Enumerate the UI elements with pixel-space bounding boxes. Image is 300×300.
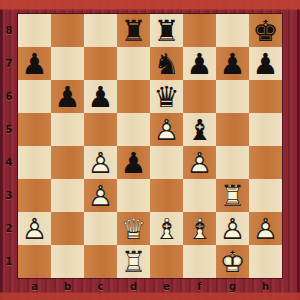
board: ♜♜♚♟♞♟♟♟♟♟♛♟♙♝♟♙♟♟♙♟♙♜♖♟♙♛♕♝♗♝♗♟♙♟♙♜♖♚♔ <box>18 14 282 278</box>
square-h6[interactable] <box>249 80 282 113</box>
square-d3[interactable] <box>117 179 150 212</box>
square-g8[interactable] <box>216 14 249 47</box>
square-a1[interactable] <box>18 245 51 278</box>
rank-label-5: 5 <box>0 113 18 146</box>
black-pawn: ♟ <box>216 47 249 80</box>
square-f8[interactable] <box>183 14 216 47</box>
piece-outline: ♗ <box>183 212 216 245</box>
rank-label-1: 1 <box>0 245 18 278</box>
black-rook: ♜ <box>150 14 183 47</box>
file-label-h: h <box>249 279 282 295</box>
square-e6[interactable]: ♛ <box>150 80 183 113</box>
white-pawn: ♟♙ <box>84 146 117 179</box>
square-a2[interactable]: ♟♙ <box>18 212 51 245</box>
square-c8[interactable] <box>84 14 117 47</box>
square-g4[interactable] <box>216 146 249 179</box>
square-a8[interactable] <box>18 14 51 47</box>
square-c6[interactable]: ♟ <box>84 80 117 113</box>
square-e7[interactable]: ♞ <box>150 47 183 80</box>
square-g1[interactable]: ♚♔ <box>216 245 249 278</box>
square-h5[interactable] <box>249 113 282 146</box>
piece-outline: ♕ <box>117 212 150 245</box>
piece-glyph: ♞ <box>150 47 183 80</box>
square-e3[interactable] <box>150 179 183 212</box>
square-b2[interactable] <box>51 212 84 245</box>
square-b8[interactable] <box>51 14 84 47</box>
black-rook: ♜ <box>117 14 150 47</box>
square-f7[interactable]: ♟ <box>183 47 216 80</box>
black-bishop: ♝ <box>183 113 216 146</box>
square-d2[interactable]: ♛♕ <box>117 212 150 245</box>
square-h2[interactable]: ♟♙ <box>249 212 282 245</box>
square-d8[interactable]: ♜ <box>117 14 150 47</box>
square-h1[interactable] <box>249 245 282 278</box>
square-h8[interactable]: ♚ <box>249 14 282 47</box>
square-a5[interactable] <box>18 113 51 146</box>
rank-label-7: 7 <box>0 47 18 80</box>
rank-label-8: 8 <box>0 14 18 47</box>
black-pawn: ♟ <box>51 80 84 113</box>
square-f1[interactable] <box>183 245 216 278</box>
piece-glyph: ♟ <box>183 47 216 80</box>
square-g6[interactable] <box>216 80 249 113</box>
square-b6[interactable]: ♟ <box>51 80 84 113</box>
piece-glyph: ♟ <box>117 146 150 179</box>
piece-outline: ♖ <box>117 245 150 278</box>
square-d6[interactable] <box>117 80 150 113</box>
black-pawn: ♟ <box>18 47 51 80</box>
square-c2[interactable] <box>84 212 117 245</box>
square-d7[interactable] <box>117 47 150 80</box>
file-label-f: f <box>183 279 216 295</box>
white-bishop: ♝♗ <box>183 212 216 245</box>
piece-outline: ♙ <box>216 212 249 245</box>
black-king: ♚ <box>249 14 282 47</box>
rank-labels: 87654321 <box>0 14 18 278</box>
white-king: ♚♔ <box>216 245 249 278</box>
piece-glyph: ♛ <box>150 80 183 113</box>
piece-glyph: ♟ <box>249 47 282 80</box>
white-pawn: ♟♙ <box>249 212 282 245</box>
piece-glyph: ♟ <box>18 47 51 80</box>
square-b1[interactable] <box>51 245 84 278</box>
square-c3[interactable]: ♟♙ <box>84 179 117 212</box>
square-b3[interactable] <box>51 179 84 212</box>
square-e4[interactable] <box>150 146 183 179</box>
square-h4[interactable] <box>249 146 282 179</box>
piece-outline: ♖ <box>216 179 249 212</box>
square-h7[interactable]: ♟ <box>249 47 282 80</box>
square-a3[interactable] <box>18 179 51 212</box>
file-label-c: c <box>84 279 117 295</box>
square-c1[interactable] <box>84 245 117 278</box>
piece-glyph: ♝ <box>183 113 216 146</box>
piece-outline: ♙ <box>84 179 117 212</box>
white-pawn: ♟♙ <box>150 113 183 146</box>
black-pawn: ♟ <box>117 146 150 179</box>
black-queen: ♛ <box>150 80 183 113</box>
white-rook: ♜♖ <box>216 179 249 212</box>
square-e8[interactable]: ♜ <box>150 14 183 47</box>
piece-outline: ♙ <box>249 212 282 245</box>
black-pawn: ♟ <box>84 80 117 113</box>
file-label-e: e <box>150 279 183 295</box>
file-label-a: a <box>18 279 51 295</box>
piece-outline: ♙ <box>183 146 216 179</box>
square-d1[interactable]: ♜♖ <box>117 245 150 278</box>
white-pawn: ♟♙ <box>183 146 216 179</box>
square-d5[interactable] <box>117 113 150 146</box>
square-f6[interactable] <box>183 80 216 113</box>
black-knight: ♞ <box>150 47 183 80</box>
rank-label-3: 3 <box>0 179 18 212</box>
square-c4[interactable]: ♟♙ <box>84 146 117 179</box>
square-a6[interactable] <box>18 80 51 113</box>
piece-outline: ♗ <box>150 212 183 245</box>
square-e5[interactable]: ♟♙ <box>150 113 183 146</box>
chessboard-frame: 87654321 abcdefgh ♜♜♚♟♞♟♟♟♟♟♛♟♙♝♟♙♟♟♙♟♙♜… <box>0 0 300 300</box>
white-pawn: ♟♙ <box>84 179 117 212</box>
square-d4[interactable]: ♟ <box>117 146 150 179</box>
rank-label-6: 6 <box>0 80 18 113</box>
piece-outline: ♙ <box>84 146 117 179</box>
square-f2[interactable]: ♝♗ <box>183 212 216 245</box>
square-f3[interactable] <box>183 179 216 212</box>
square-g2[interactable]: ♟♙ <box>216 212 249 245</box>
square-g5[interactable] <box>216 113 249 146</box>
square-h3[interactable] <box>249 179 282 212</box>
piece-outline: ♔ <box>216 245 249 278</box>
white-pawn: ♟♙ <box>216 212 249 245</box>
black-pawn: ♟ <box>249 47 282 80</box>
file-labels: abcdefgh <box>18 279 282 295</box>
file-label-g: g <box>216 279 249 295</box>
square-b7[interactable] <box>51 47 84 80</box>
square-a4[interactable] <box>18 146 51 179</box>
file-label-b: b <box>51 279 84 295</box>
white-pawn: ♟♙ <box>18 212 51 245</box>
square-e1[interactable] <box>150 245 183 278</box>
piece-glyph: ♚ <box>249 14 282 47</box>
white-rook: ♜♖ <box>117 245 150 278</box>
black-pawn: ♟ <box>183 47 216 80</box>
square-c5[interactable] <box>84 113 117 146</box>
square-c7[interactable] <box>84 47 117 80</box>
square-e2[interactable]: ♝♗ <box>150 212 183 245</box>
square-g3[interactable]: ♜♖ <box>216 179 249 212</box>
square-g7[interactable]: ♟ <box>216 47 249 80</box>
piece-outline: ♙ <box>18 212 51 245</box>
square-b5[interactable] <box>51 113 84 146</box>
rank-label-2: 2 <box>0 212 18 245</box>
piece-glyph: ♟ <box>216 47 249 80</box>
square-a7[interactable]: ♟ <box>18 47 51 80</box>
file-label-d: d <box>117 279 150 295</box>
piece-glyph: ♜ <box>150 14 183 47</box>
white-bishop: ♝♗ <box>150 212 183 245</box>
square-b4[interactable] <box>51 146 84 179</box>
piece-outline: ♙ <box>150 113 183 146</box>
piece-glyph: ♜ <box>117 14 150 47</box>
square-f5[interactable]: ♝ <box>183 113 216 146</box>
white-queen: ♛♕ <box>117 212 150 245</box>
piece-glyph: ♟ <box>84 80 117 113</box>
rank-label-4: 4 <box>0 146 18 179</box>
piece-glyph: ♟ <box>51 80 84 113</box>
square-f4[interactable]: ♟♙ <box>183 146 216 179</box>
